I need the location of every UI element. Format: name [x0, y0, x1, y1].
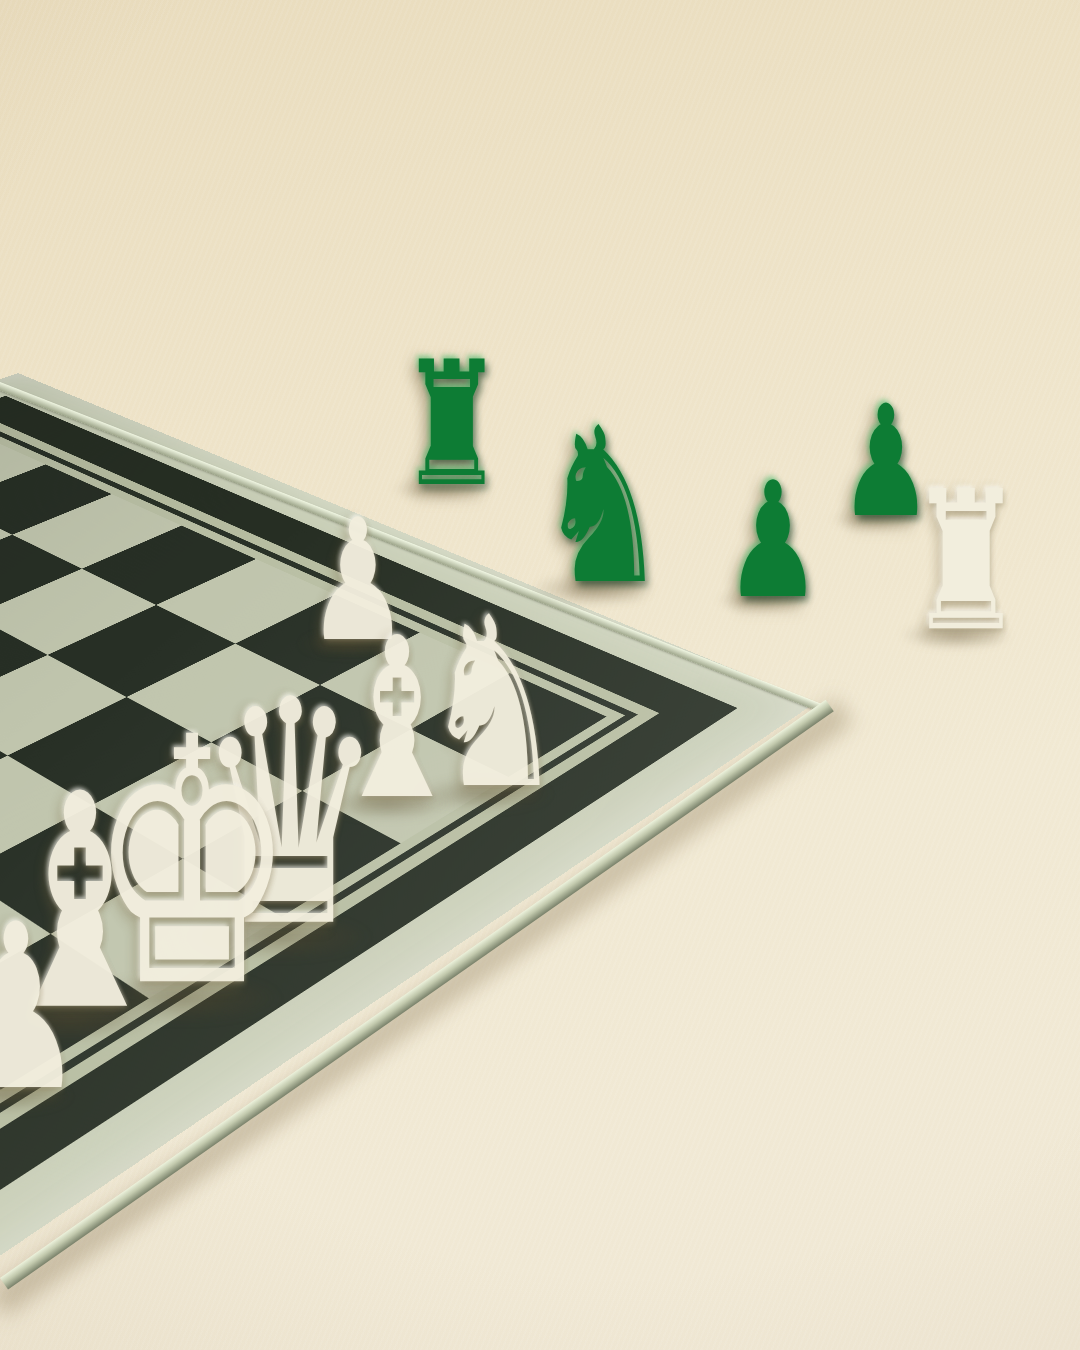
white-rook-off-board: ♜ — [907, 466, 1024, 658]
green-rook-off-board: ♜ — [400, 339, 505, 511]
white-pawn-on-board-2: ♟ — [0, 894, 85, 1122]
green-pawn-off-board-front: ♟ — [724, 461, 822, 621]
scene: ♟♝♞♛♚♝♟♜♞♟♟♜ — [0, 0, 1080, 1350]
